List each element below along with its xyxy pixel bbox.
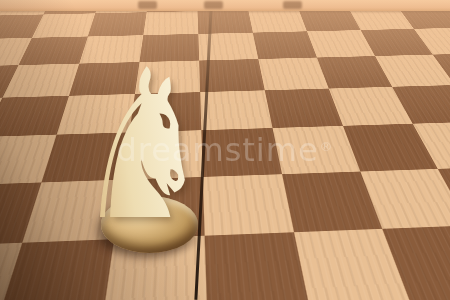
chessboard-photo: ♞ dreamstime® <box>0 0 450 300</box>
hinge-icon <box>204 1 223 9</box>
white-knight-piece: ♞ <box>0 45 256 217</box>
board-edge <box>0 0 450 11</box>
hinge-icon <box>138 1 157 9</box>
knight-glyph: ♞ <box>43 45 209 217</box>
hinge-icon <box>283 1 302 9</box>
